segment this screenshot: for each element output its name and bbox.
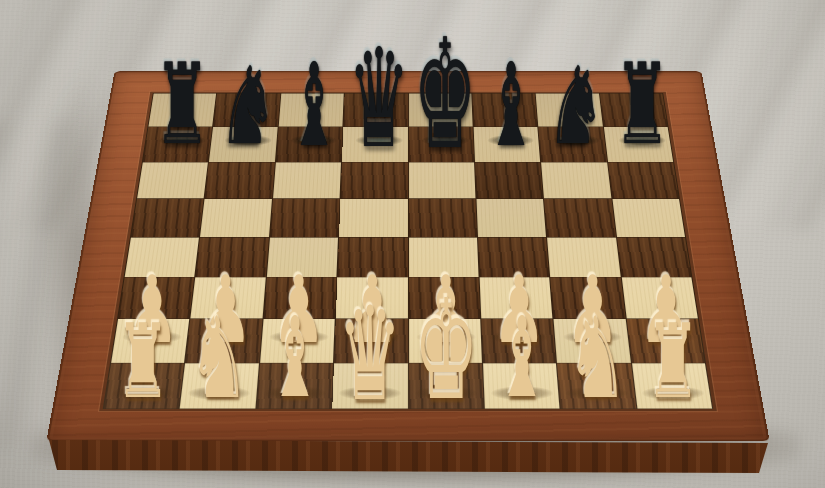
square-e6[interactable] [408, 162, 475, 198]
perspective-wrapper [0, 0, 825, 488]
square-g2[interactable] [554, 319, 631, 362]
square-e1[interactable] [409, 363, 484, 408]
square-c7[interactable] [276, 127, 343, 162]
square-d3[interactable] [336, 277, 408, 318]
square-h4[interactable] [617, 237, 692, 276]
square-h6[interactable] [608, 162, 679, 198]
chess-board [46, 71, 769, 441]
square-f6[interactable] [475, 162, 543, 198]
square-f4[interactable] [478, 237, 549, 276]
square-g6[interactable] [541, 162, 611, 198]
square-c2[interactable] [260, 319, 335, 362]
square-d1[interactable] [332, 363, 407, 408]
square-c4[interactable] [267, 237, 338, 276]
square-b7[interactable] [209, 127, 277, 162]
square-b3[interactable] [191, 277, 266, 318]
square-f3[interactable] [479, 277, 552, 318]
square-d8[interactable] [343, 94, 407, 127]
square-e4[interactable] [409, 237, 479, 276]
square-e8[interactable] [408, 94, 472, 127]
square-a7[interactable] [143, 127, 213, 162]
square-g4[interactable] [547, 237, 620, 276]
square-b8[interactable] [213, 94, 280, 127]
square-h1[interactable] [632, 363, 712, 408]
square-c8[interactable] [278, 94, 343, 127]
square-f1[interactable] [483, 363, 560, 408]
photo-scene: ♜♞♝♛♚♝♞♜♟♟♟♟♟♟♟♟♜♞♝♛♚♝♞♜ [0, 0, 825, 488]
square-g7[interactable] [539, 127, 607, 162]
square-h3[interactable] [621, 277, 697, 318]
square-g5[interactable] [544, 199, 615, 237]
square-h7[interactable] [604, 127, 674, 162]
square-c3[interactable] [263, 277, 336, 318]
square-e7[interactable] [408, 127, 473, 162]
square-e2[interactable] [409, 319, 482, 362]
square-b6[interactable] [205, 162, 275, 198]
square-g3[interactable] [550, 277, 625, 318]
square-d7[interactable] [342, 127, 407, 162]
square-b4[interactable] [196, 237, 269, 276]
square-h2[interactable] [626, 319, 704, 362]
square-f5[interactable] [476, 199, 546, 237]
square-a6[interactable] [137, 162, 208, 198]
square-h5[interactable] [612, 199, 685, 237]
square-d5[interactable] [339, 199, 407, 237]
square-c6[interactable] [273, 162, 341, 198]
square-c1[interactable] [256, 363, 333, 408]
square-c5[interactable] [270, 199, 340, 237]
square-b1[interactable] [180, 363, 259, 408]
square-e5[interactable] [408, 199, 476, 237]
square-d2[interactable] [334, 319, 407, 362]
square-a8[interactable] [148, 94, 216, 127]
square-a5[interactable] [131, 199, 204, 237]
board-frame [46, 71, 769, 441]
square-f8[interactable] [472, 94, 537, 127]
square-a4[interactable] [125, 237, 200, 276]
square-a3[interactable] [118, 277, 194, 318]
square-h8[interactable] [600, 94, 668, 127]
square-d6[interactable] [341, 162, 408, 198]
square-a1[interactable] [104, 363, 184, 408]
square-b5[interactable] [200, 199, 271, 237]
square-b2[interactable] [186, 319, 263, 362]
square-f7[interactable] [474, 127, 541, 162]
square-g8[interactable] [536, 94, 603, 127]
square-e3[interactable] [409, 277, 481, 318]
square-a2[interactable] [111, 319, 189, 362]
square-d4[interactable] [338, 237, 408, 276]
square-g1[interactable] [557, 363, 636, 408]
board-grid [103, 93, 714, 409]
square-f2[interactable] [481, 319, 556, 362]
